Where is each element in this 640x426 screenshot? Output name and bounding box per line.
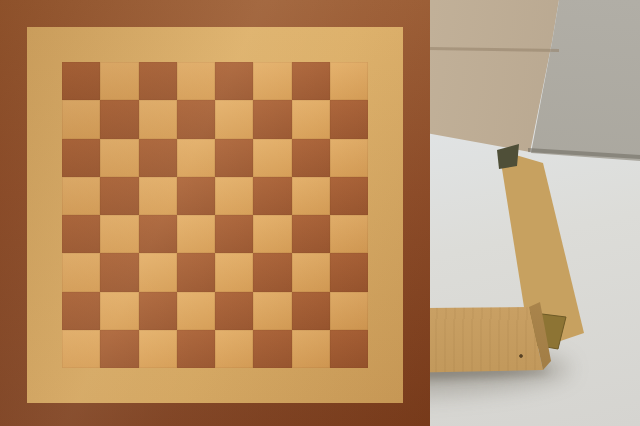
square-e3 bbox=[253, 177, 291, 215]
square-e8 bbox=[62, 177, 100, 215]
square-b1 bbox=[330, 292, 368, 330]
chess-board-top bbox=[0, 0, 430, 426]
square-f1 bbox=[330, 139, 368, 177]
square-c4 bbox=[215, 253, 253, 291]
square-h8 bbox=[62, 62, 100, 100]
square-h1 bbox=[330, 62, 368, 100]
square-c8 bbox=[62, 253, 100, 291]
square-f7 bbox=[100, 139, 138, 177]
square-b8 bbox=[62, 292, 100, 330]
square-g2 bbox=[292, 100, 330, 138]
square-g7 bbox=[100, 100, 138, 138]
square-b6 bbox=[139, 292, 177, 330]
square-a8 bbox=[62, 330, 100, 368]
square-b2 bbox=[292, 292, 330, 330]
square-g8 bbox=[62, 100, 100, 138]
square-f5 bbox=[177, 139, 215, 177]
square-e4 bbox=[215, 177, 253, 215]
square-g5 bbox=[177, 100, 215, 138]
square-g4 bbox=[215, 100, 253, 138]
square-a6 bbox=[139, 330, 177, 368]
square-b4 bbox=[215, 292, 253, 330]
square-e1 bbox=[330, 177, 368, 215]
square-h3 bbox=[253, 62, 291, 100]
tray-right-dark-fitting bbox=[497, 144, 519, 169]
square-h2 bbox=[292, 62, 330, 100]
square-g3 bbox=[253, 100, 291, 138]
square-c6 bbox=[139, 253, 177, 291]
square-h7 bbox=[100, 62, 138, 100]
square-d4 bbox=[215, 215, 253, 253]
square-d2 bbox=[292, 215, 330, 253]
square-f6 bbox=[139, 139, 177, 177]
square-d8 bbox=[62, 215, 100, 253]
square-c3 bbox=[253, 253, 291, 291]
square-g6 bbox=[139, 100, 177, 138]
square-a4 bbox=[215, 330, 253, 368]
square-a3 bbox=[253, 330, 291, 368]
square-e2 bbox=[292, 177, 330, 215]
square-a1 bbox=[330, 330, 368, 368]
square-d6 bbox=[139, 215, 177, 253]
square-e5 bbox=[177, 177, 215, 215]
square-g1 bbox=[330, 100, 368, 138]
square-f4 bbox=[215, 139, 253, 177]
square-b3 bbox=[253, 292, 291, 330]
square-d7 bbox=[100, 215, 138, 253]
square-c5 bbox=[177, 253, 215, 291]
square-h6 bbox=[139, 62, 177, 100]
chess-board-grid bbox=[62, 62, 368, 368]
photo-canvas bbox=[0, 0, 640, 426]
square-f3 bbox=[253, 139, 291, 177]
square-f2 bbox=[292, 139, 330, 177]
square-e7 bbox=[100, 177, 138, 215]
square-h5 bbox=[177, 62, 215, 100]
square-d3 bbox=[253, 215, 291, 253]
square-h4 bbox=[215, 62, 253, 100]
square-c2 bbox=[292, 253, 330, 291]
square-c7 bbox=[100, 253, 138, 291]
square-a5 bbox=[177, 330, 215, 368]
square-b5 bbox=[177, 292, 215, 330]
square-c1 bbox=[330, 253, 368, 291]
board-maple-margin bbox=[27, 27, 403, 403]
square-e6 bbox=[139, 177, 177, 215]
square-d5 bbox=[177, 215, 215, 253]
square-a2 bbox=[292, 330, 330, 368]
square-b7 bbox=[100, 292, 138, 330]
square-f8 bbox=[62, 139, 100, 177]
square-d1 bbox=[330, 215, 368, 253]
square-a7 bbox=[100, 330, 138, 368]
